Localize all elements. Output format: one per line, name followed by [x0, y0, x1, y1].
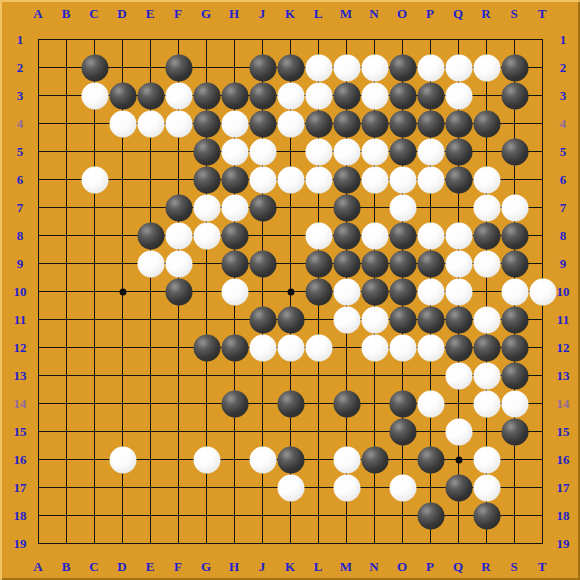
- white-stone: [417, 166, 444, 193]
- white-stone: [165, 222, 192, 249]
- black-stone: [305, 250, 332, 277]
- black-stone: [277, 446, 304, 473]
- row-label-right: 10: [557, 285, 570, 298]
- column-label-top: B: [62, 7, 71, 20]
- white-stone: [305, 222, 332, 249]
- row-label-left: 6: [17, 173, 24, 186]
- black-stone: [389, 250, 416, 277]
- black-stone: [137, 222, 164, 249]
- black-stone: [389, 306, 416, 333]
- column-label-bottom: Q: [453, 560, 463, 573]
- column-label-bottom: T: [538, 560, 547, 573]
- white-stone: [165, 250, 192, 277]
- column-label-top: G: [201, 7, 211, 20]
- row-label-right: 13: [557, 369, 570, 382]
- row-label-left: 19: [14, 537, 27, 550]
- row-label-right: 7: [560, 201, 567, 214]
- black-stone: [165, 54, 192, 81]
- black-stone: [249, 110, 276, 137]
- star-point: [119, 288, 126, 295]
- star-point: [287, 288, 294, 295]
- white-stone: [277, 82, 304, 109]
- row-label-right: 17: [557, 481, 570, 494]
- white-stone: [473, 250, 500, 277]
- black-stone: [445, 306, 472, 333]
- white-stone: [249, 334, 276, 361]
- black-stone: [221, 222, 248, 249]
- black-stone: [417, 502, 444, 529]
- black-stone: [221, 334, 248, 361]
- column-label-top: R: [481, 7, 490, 20]
- black-stone: [333, 110, 360, 137]
- black-stone: [445, 474, 472, 501]
- black-stone: [305, 278, 332, 305]
- black-stone: [305, 110, 332, 137]
- column-label-top: P: [426, 7, 434, 20]
- row-label-left: 17: [14, 481, 27, 494]
- black-stone: [249, 194, 276, 221]
- black-stone: [389, 418, 416, 445]
- white-stone: [417, 222, 444, 249]
- row-label-left: 9: [17, 257, 24, 270]
- row-label-right: 2: [560, 61, 567, 74]
- white-stone: [137, 250, 164, 277]
- white-stone: [221, 138, 248, 165]
- row-label-left: 13: [14, 369, 27, 382]
- row-label-right: 4: [560, 117, 567, 130]
- black-stone: [109, 82, 136, 109]
- row-label-left: 14: [14, 397, 27, 410]
- white-stone: [445, 222, 472, 249]
- black-stone: [501, 334, 528, 361]
- row-label-left: 15: [14, 425, 27, 438]
- white-stone: [193, 194, 220, 221]
- column-label-top: M: [340, 7, 352, 20]
- white-stone: [389, 166, 416, 193]
- black-stone: [389, 222, 416, 249]
- white-stone: [109, 110, 136, 137]
- go-board[interactable]: AABBCCDDEEFFGGHHJJKKLLMMNNOOPPQQRRSSTT11…: [0, 0, 580, 580]
- column-label-bottom: C: [89, 560, 98, 573]
- black-stone: [333, 250, 360, 277]
- black-stone: [333, 166, 360, 193]
- white-stone: [193, 446, 220, 473]
- white-stone: [305, 334, 332, 361]
- black-stone: [501, 306, 528, 333]
- column-label-top: F: [174, 7, 182, 20]
- white-stone: [473, 166, 500, 193]
- white-stone: [361, 82, 388, 109]
- black-stone: [389, 278, 416, 305]
- black-stone: [389, 138, 416, 165]
- black-stone: [445, 138, 472, 165]
- white-stone: [305, 82, 332, 109]
- grid-line-horizontal: [38, 515, 543, 516]
- row-label-right: 8: [560, 229, 567, 242]
- white-stone: [445, 250, 472, 277]
- row-label-left: 5: [17, 145, 24, 158]
- black-stone: [333, 390, 360, 417]
- black-stone: [221, 166, 248, 193]
- row-label-left: 11: [14, 313, 26, 326]
- column-label-bottom: R: [481, 560, 490, 573]
- white-stone: [249, 138, 276, 165]
- white-stone: [361, 54, 388, 81]
- black-stone: [501, 418, 528, 445]
- white-stone: [473, 54, 500, 81]
- column-label-bottom: J: [259, 560, 266, 573]
- white-stone: [445, 278, 472, 305]
- black-stone: [389, 82, 416, 109]
- white-stone: [361, 166, 388, 193]
- column-label-top: D: [117, 7, 126, 20]
- row-label-right: 18: [557, 509, 570, 522]
- black-stone: [333, 194, 360, 221]
- row-label-right: 16: [557, 453, 570, 466]
- column-label-top: C: [89, 7, 98, 20]
- black-stone: [193, 82, 220, 109]
- white-stone: [221, 278, 248, 305]
- white-stone: [529, 278, 556, 305]
- white-stone: [473, 306, 500, 333]
- black-stone: [417, 446, 444, 473]
- black-stone: [417, 82, 444, 109]
- black-stone: [501, 362, 528, 389]
- column-label-top: S: [510, 7, 517, 20]
- column-label-top: H: [229, 7, 239, 20]
- white-stone: [81, 82, 108, 109]
- column-label-bottom: K: [285, 560, 295, 573]
- black-stone: [417, 306, 444, 333]
- white-stone: [473, 194, 500, 221]
- white-stone: [137, 110, 164, 137]
- white-stone: [473, 362, 500, 389]
- black-stone: [193, 334, 220, 361]
- star-point: [455, 456, 462, 463]
- black-stone: [473, 502, 500, 529]
- black-stone: [417, 250, 444, 277]
- row-label-right: 5: [560, 145, 567, 158]
- black-stone: [361, 250, 388, 277]
- black-stone: [473, 334, 500, 361]
- white-stone: [473, 446, 500, 473]
- black-stone: [445, 166, 472, 193]
- black-stone: [501, 82, 528, 109]
- white-stone: [361, 138, 388, 165]
- black-stone: [417, 110, 444, 137]
- black-stone: [193, 138, 220, 165]
- row-label-right: 3: [560, 89, 567, 102]
- black-stone: [501, 222, 528, 249]
- white-stone: [501, 194, 528, 221]
- black-stone: [137, 82, 164, 109]
- white-stone: [333, 138, 360, 165]
- white-stone: [249, 446, 276, 473]
- white-stone: [445, 54, 472, 81]
- white-stone: [305, 54, 332, 81]
- column-label-top: L: [314, 7, 323, 20]
- column-label-bottom: E: [146, 560, 155, 573]
- black-stone: [445, 334, 472, 361]
- column-label-top: K: [285, 7, 295, 20]
- white-stone: [501, 390, 528, 417]
- white-stone: [501, 278, 528, 305]
- black-stone: [361, 110, 388, 137]
- white-stone: [361, 334, 388, 361]
- white-stone: [193, 222, 220, 249]
- white-stone: [361, 306, 388, 333]
- white-stone: [417, 334, 444, 361]
- black-stone: [193, 110, 220, 137]
- black-stone: [389, 110, 416, 137]
- column-label-top: N: [369, 7, 378, 20]
- column-label-bottom: H: [229, 560, 239, 573]
- black-stone: [277, 390, 304, 417]
- white-stone: [333, 278, 360, 305]
- column-label-bottom: F: [174, 560, 182, 573]
- black-stone: [333, 222, 360, 249]
- row-label-right: 15: [557, 425, 570, 438]
- white-stone: [333, 306, 360, 333]
- white-stone: [277, 334, 304, 361]
- black-stone: [221, 82, 248, 109]
- black-stone: [249, 54, 276, 81]
- black-stone: [277, 54, 304, 81]
- column-label-bottom: M: [340, 560, 352, 573]
- column-label-bottom: A: [33, 560, 42, 573]
- column-label-top: J: [259, 7, 266, 20]
- column-label-bottom: L: [314, 560, 323, 573]
- black-stone: [165, 278, 192, 305]
- black-stone: [389, 390, 416, 417]
- white-stone: [417, 278, 444, 305]
- black-stone: [333, 82, 360, 109]
- white-stone: [165, 110, 192, 137]
- row-label-left: 3: [17, 89, 24, 102]
- white-stone: [445, 362, 472, 389]
- white-stone: [417, 54, 444, 81]
- row-label-left: 16: [14, 453, 27, 466]
- black-stone: [277, 306, 304, 333]
- black-stone: [501, 138, 528, 165]
- column-label-top: Q: [453, 7, 463, 20]
- white-stone: [305, 166, 332, 193]
- white-stone: [81, 166, 108, 193]
- black-stone: [361, 278, 388, 305]
- row-label-right: 6: [560, 173, 567, 186]
- column-label-bottom: O: [397, 560, 407, 573]
- white-stone: [389, 194, 416, 221]
- row-label-right: 9: [560, 257, 567, 270]
- row-label-left: 8: [17, 229, 24, 242]
- column-label-bottom: B: [62, 560, 71, 573]
- row-label-left: 2: [17, 61, 24, 74]
- white-stone: [277, 474, 304, 501]
- white-stone: [221, 110, 248, 137]
- column-label-top: O: [397, 7, 407, 20]
- black-stone: [221, 390, 248, 417]
- grid-line-horizontal: [38, 543, 543, 544]
- row-label-right: 1: [560, 33, 567, 46]
- white-stone: [165, 82, 192, 109]
- row-label-left: 12: [14, 341, 27, 354]
- black-stone: [249, 306, 276, 333]
- white-stone: [417, 390, 444, 417]
- column-label-top: A: [33, 7, 42, 20]
- white-stone: [333, 54, 360, 81]
- black-stone: [501, 54, 528, 81]
- white-stone: [389, 334, 416, 361]
- row-label-left: 1: [17, 33, 24, 46]
- white-stone: [249, 166, 276, 193]
- black-stone: [165, 194, 192, 221]
- row-label-right: 11: [557, 313, 569, 326]
- white-stone: [473, 474, 500, 501]
- black-stone: [501, 250, 528, 277]
- white-stone: [473, 390, 500, 417]
- row-label-right: 12: [557, 341, 570, 354]
- black-stone: [445, 110, 472, 137]
- black-stone: [389, 54, 416, 81]
- column-label-top: T: [538, 7, 547, 20]
- black-stone: [473, 222, 500, 249]
- black-stone: [81, 54, 108, 81]
- white-stone: [389, 474, 416, 501]
- black-stone: [249, 250, 276, 277]
- white-stone: [417, 138, 444, 165]
- white-stone: [445, 82, 472, 109]
- column-label-bottom: N: [369, 560, 378, 573]
- column-label-bottom: D: [117, 560, 126, 573]
- row-label-right: 19: [557, 537, 570, 550]
- black-stone: [193, 166, 220, 193]
- white-stone: [277, 110, 304, 137]
- column-label-bottom: S: [510, 560, 517, 573]
- white-stone: [445, 418, 472, 445]
- column-label-bottom: P: [426, 560, 434, 573]
- row-label-left: 10: [14, 285, 27, 298]
- black-stone: [473, 110, 500, 137]
- row-label-left: 7: [17, 201, 24, 214]
- black-stone: [249, 82, 276, 109]
- white-stone: [277, 166, 304, 193]
- column-label-bottom: G: [201, 560, 211, 573]
- black-stone: [361, 446, 388, 473]
- row-label-left: 18: [14, 509, 27, 522]
- column-label-top: E: [146, 7, 155, 20]
- black-stone: [221, 250, 248, 277]
- white-stone: [305, 138, 332, 165]
- white-stone: [109, 446, 136, 473]
- white-stone: [221, 194, 248, 221]
- row-label-right: 14: [557, 397, 570, 410]
- row-label-left: 4: [17, 117, 24, 130]
- white-stone: [361, 222, 388, 249]
- white-stone: [333, 446, 360, 473]
- white-stone: [333, 474, 360, 501]
